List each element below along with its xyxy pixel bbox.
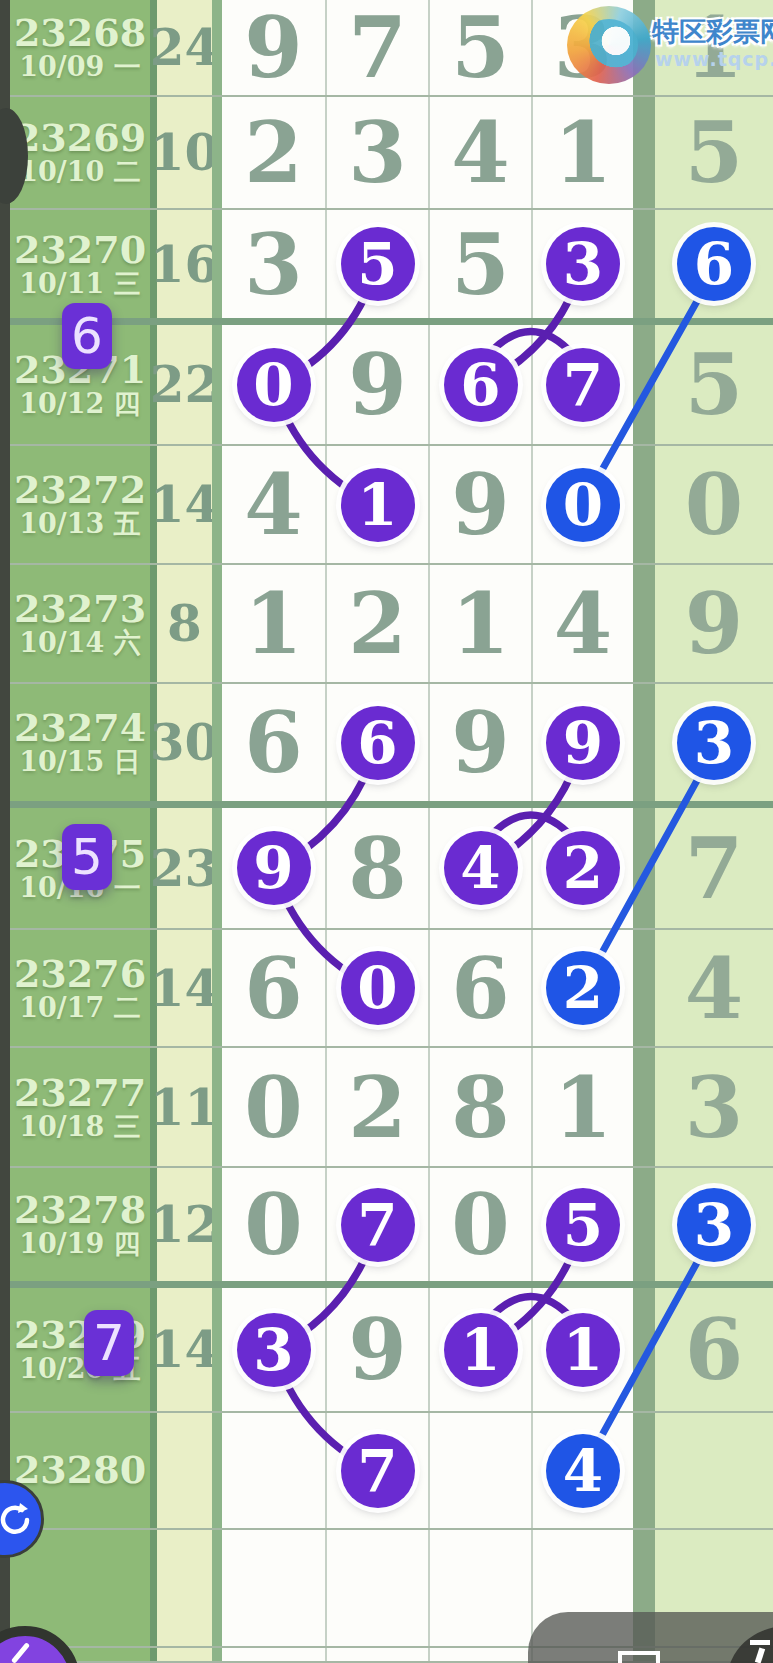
period-cell: 2327310/14 六 <box>10 565 150 682</box>
chart-row: 2327610/17 二1460624 <box>0 930 773 1048</box>
period-number: 23272 <box>14 471 146 510</box>
digit-cell: 3 <box>222 210 325 318</box>
digit: 2 <box>348 574 406 673</box>
circled-digit-purple: 2 <box>546 831 620 905</box>
digit-cell: 5 <box>428 0 531 95</box>
circled-digit-purple: 3 <box>546 227 620 301</box>
digit: 1 <box>451 574 509 673</box>
digit-cell <box>428 1530 531 1646</box>
circled-digit-blue: 3 <box>677 1188 751 1262</box>
draw-date: 10/18 三 <box>19 1113 140 1141</box>
draw-date: 10/17 二 <box>19 994 140 1022</box>
toolbar-glyph-fragment <box>618 1651 660 1663</box>
fifth-digit-cell: 3 <box>655 1168 773 1281</box>
digit-cell: 5 <box>325 210 428 318</box>
period-number: 23274 <box>14 709 146 748</box>
period-cell: 2327810/19 四 <box>10 1168 150 1281</box>
period-cell: 2327010/11 三 <box>10 210 150 318</box>
digit-cell: 1 <box>325 446 428 563</box>
digit-cell: 2 <box>325 1048 428 1166</box>
digit-cell: 8 <box>325 808 428 928</box>
column-divider <box>212 1288 222 1411</box>
chart-row: 2327110/12 四2209675 <box>0 325 773 446</box>
sum-cell: 23 <box>157 808 212 928</box>
fifth-digit-cell: 9 <box>655 565 773 682</box>
sum-value: 12 <box>150 1195 220 1254</box>
period-number: 23270 <box>14 231 146 270</box>
missing-value-badge: 6 <box>62 303 112 369</box>
digit-cell: 0 <box>222 1168 325 1281</box>
digit-cell <box>222 1413 325 1528</box>
chart-row: 2327810/19 四1207053 <box>0 1168 773 1288</box>
digit: 6 <box>451 939 509 1038</box>
digit-cell: 0 <box>428 1168 531 1281</box>
digit: 1 <box>554 1058 612 1157</box>
circled-digit-purple: 0 <box>237 348 311 422</box>
sum-cell <box>157 1648 212 1661</box>
digit-cell: 9 <box>428 446 531 563</box>
lottery-trend-chart-screen: 2326810/09 一24975312326910/10 二102341523… <box>0 0 773 1663</box>
sum-value: 14 <box>150 1320 220 1379</box>
digit: 9 <box>244 0 302 97</box>
sum-value: 14 <box>150 475 220 534</box>
column-divider <box>212 684 222 801</box>
digit: 8 <box>348 819 406 918</box>
chart-row: 2327410/15 日3066993 <box>0 684 773 808</box>
digit-cell: 6 <box>325 684 428 801</box>
period-cell: 2326810/09 一 <box>10 0 150 95</box>
site-logo-url: www.tqcp.net <box>655 48 773 70</box>
circled-digit-purple: 7 <box>546 348 620 422</box>
sum-cell: 14 <box>157 1288 212 1411</box>
group-divider <box>633 565 655 682</box>
circled-digit-blue: 2 <box>546 951 620 1025</box>
toolbar-glyph-fragment <box>750 1640 770 1645</box>
sum-cell: 16 <box>157 210 212 318</box>
circled-digit-purple: 6 <box>444 348 518 422</box>
digit-cell: 9 <box>222 0 325 95</box>
fifth-digit-cell <box>655 1413 773 1528</box>
circled-digit-purple: 7 <box>341 1188 415 1262</box>
column-divider <box>212 1048 222 1166</box>
draw-date: 10/12 四 <box>19 390 140 418</box>
digit-cell: 1 <box>222 565 325 682</box>
digit-cell: 1 <box>531 97 633 208</box>
sum-cell <box>157 1413 212 1528</box>
group-divider <box>633 930 655 1046</box>
draw-date: 10/11 三 <box>19 270 140 298</box>
column-divider <box>212 1168 222 1281</box>
digit-cell: 9 <box>325 325 428 444</box>
circled-digit-purple: 9 <box>546 706 620 780</box>
digit-cell: 9 <box>222 808 325 928</box>
circled-digit-purple: 9 <box>237 831 311 905</box>
digit: 2 <box>348 1058 406 1157</box>
digit-cell: 7 <box>325 1168 428 1281</box>
draw-date: 10/14 六 <box>19 629 140 657</box>
digit-cell: 1 <box>531 1048 633 1166</box>
circled-digit-purple: 7 <box>341 1434 415 1508</box>
digit: 5 <box>451 215 509 314</box>
digit-cell: 7 <box>325 1413 428 1528</box>
site-logo: 特区彩票网 www.tqcp.net <box>535 4 773 78</box>
circled-digit-purple: 6 <box>341 706 415 780</box>
digit: 0 <box>244 1175 302 1274</box>
digit-cell: 9 <box>531 684 633 801</box>
circled-digit-blue: 3 <box>677 706 751 780</box>
digit-cell: 9 <box>428 684 531 801</box>
digit: 6 <box>244 939 302 1038</box>
digit-cell: 1 <box>428 1288 531 1411</box>
period-cell: 2327610/17 二 <box>10 930 150 1046</box>
column-divider <box>212 930 222 1046</box>
column-divider <box>212 1413 222 1528</box>
sum-value: 14 <box>150 959 220 1018</box>
sum-cell: 24 <box>157 0 212 95</box>
period-cell: 2327210/13 五 <box>10 446 150 563</box>
digit-cell: 0 <box>222 1048 325 1166</box>
column-divider <box>150 565 157 682</box>
sum-cell: 10 <box>157 97 212 208</box>
digit: 6 <box>244 693 302 792</box>
sum-cell: 8 <box>157 565 212 682</box>
digit: 3 <box>244 215 302 314</box>
chart-row: 2328074 <box>0 1413 773 1530</box>
column-divider <box>212 1648 222 1661</box>
draw-date: 10/10 二 <box>19 158 140 186</box>
group-divider <box>633 684 655 801</box>
chart-row: 2327210/13 五1441900 <box>0 446 773 565</box>
digit-cell: 2 <box>531 930 633 1046</box>
digit-cell: 0 <box>531 446 633 563</box>
sum-value: 24 <box>150 18 220 77</box>
circled-digit-purple: 5 <box>341 227 415 301</box>
digit: 7 <box>348 0 406 97</box>
digit: 3 <box>348 103 406 202</box>
sum-cell: 14 <box>157 446 212 563</box>
column-divider <box>212 325 222 444</box>
digit-cell: 0 <box>325 930 428 1046</box>
column-divider <box>212 210 222 318</box>
digit-cell <box>428 1413 531 1528</box>
circled-digit-purple: 5 <box>546 1188 620 1262</box>
sum-value: 8 <box>167 594 202 653</box>
digit: 7 <box>685 819 743 918</box>
circled-digit-purple: 1 <box>546 1313 620 1387</box>
chart-row: 2327510/16 一2398427 <box>0 808 773 930</box>
circled-digit-purple: 4 <box>444 831 518 905</box>
sum-cell <box>157 1530 212 1646</box>
digit-cell: 3 <box>222 1288 325 1411</box>
digit-cell <box>222 1648 325 1661</box>
period-number: 23273 <box>14 590 146 629</box>
logo-swirl-icon <box>567 6 651 84</box>
fifth-digit-cell: 3 <box>655 684 773 801</box>
draw-date: 10/19 四 <box>19 1230 140 1258</box>
digit-cell: 1 <box>428 565 531 682</box>
circled-digit-purple: 3 <box>237 1313 311 1387</box>
digit: 9 <box>348 335 406 434</box>
sum-value: 16 <box>150 235 220 294</box>
sum-cell: 12 <box>157 1168 212 1281</box>
sum-cell: 14 <box>157 930 212 1046</box>
period-cell: 2327710/18 三 <box>10 1048 150 1166</box>
circled-digit-purple: 1 <box>341 468 415 542</box>
digit: 5 <box>685 335 743 434</box>
digit: 5 <box>451 0 509 97</box>
chart-row: 2327710/18 三1102813 <box>0 1048 773 1168</box>
digit-cell: 7 <box>531 325 633 444</box>
digit-cell: 4 <box>531 1413 633 1528</box>
sum-value: 22 <box>150 355 220 414</box>
digit-cell: 6 <box>428 325 531 444</box>
missing-value-badge: 5 <box>62 824 112 890</box>
digit-cell: 8 <box>428 1048 531 1166</box>
left-edge-strip <box>0 0 10 1663</box>
digit-cell: 1 <box>531 1288 633 1411</box>
digit: 4 <box>554 574 612 673</box>
digit-cell: 5 <box>428 210 531 318</box>
digit-cell: 4 <box>531 565 633 682</box>
digit: 8 <box>451 1058 509 1157</box>
digit-cell: 2 <box>222 97 325 208</box>
digit-cell <box>428 1648 531 1661</box>
missing-value-badge: 7 <box>84 1310 134 1376</box>
sum-value: 23 <box>150 839 220 898</box>
digit: 1 <box>554 103 612 202</box>
digit: 6 <box>685 1300 743 1399</box>
digit-cell: 6 <box>222 930 325 1046</box>
digit-cell: 4 <box>428 97 531 208</box>
column-divider <box>212 446 222 563</box>
digit-cell <box>325 1530 428 1646</box>
group-divider <box>633 446 655 563</box>
digit: 4 <box>244 455 302 554</box>
group-divider <box>633 325 655 444</box>
digit: 0 <box>244 1058 302 1157</box>
period-number: 23268 <box>14 14 146 53</box>
circled-digit-blue: 4 <box>546 1434 620 1508</box>
draw-date: 10/09 一 <box>19 53 140 81</box>
fifth-digit-cell: 3 <box>655 1048 773 1166</box>
digit-cell: 6 <box>222 684 325 801</box>
digit: 2 <box>244 103 302 202</box>
digit: 9 <box>451 455 509 554</box>
group-divider <box>633 1048 655 1166</box>
digit-cell: 2 <box>531 808 633 928</box>
pen-icon <box>11 1642 30 1663</box>
column-divider <box>212 0 222 95</box>
column-divider <box>150 1648 157 1661</box>
digit: 9 <box>348 1300 406 1399</box>
fifth-digit-cell: 7 <box>655 808 773 928</box>
group-divider <box>633 97 655 208</box>
circled-digit-blue: 6 <box>677 227 751 301</box>
sum-cell: 30 <box>157 684 212 801</box>
sum-value: 30 <box>150 713 220 772</box>
digit: 4 <box>451 103 509 202</box>
digit: 0 <box>451 1175 509 1274</box>
column-divider <box>212 1530 222 1646</box>
digit-cell: 9 <box>325 1288 428 1411</box>
fifth-digit-cell: 6 <box>655 1288 773 1411</box>
digit-cell: 7 <box>325 0 428 95</box>
digit-cell: 6 <box>428 930 531 1046</box>
period-number: 23278 <box>14 1191 146 1230</box>
column-divider <box>150 1530 157 1646</box>
group-divider <box>633 1413 655 1528</box>
digit: 4 <box>685 939 743 1038</box>
digit: 0 <box>685 455 743 554</box>
fifth-digit-cell: 6 <box>655 210 773 318</box>
digit-cell <box>325 1648 428 1661</box>
digit: 1 <box>244 574 302 673</box>
sum-cell: 22 <box>157 325 212 444</box>
circled-digit-blue: 0 <box>546 468 620 542</box>
sum-value: 11 <box>150 1078 220 1137</box>
digit-cell: 5 <box>531 1168 633 1281</box>
chart-row: 2327310/14 六812149 <box>0 565 773 684</box>
digit: 9 <box>451 693 509 792</box>
digit-cell <box>222 1530 325 1646</box>
digit: 3 <box>685 1058 743 1157</box>
circled-digit-purple: 0 <box>341 951 415 1025</box>
chart-row: 2327010/11 三1635536 <box>0 210 773 325</box>
refresh-icon <box>0 1501 32 1537</box>
draw-date: 10/15 日 <box>19 748 140 776</box>
column-divider <box>212 97 222 208</box>
column-divider <box>212 808 222 928</box>
digit-cell: 0 <box>222 325 325 444</box>
period-number: 23269 <box>14 119 146 158</box>
period-number: 23276 <box>14 955 146 994</box>
period-number: 23280 <box>14 1451 146 1490</box>
fifth-digit-cell: 5 <box>655 97 773 208</box>
group-divider <box>633 808 655 928</box>
group-divider <box>633 1288 655 1411</box>
column-divider <box>212 565 222 682</box>
group-divider <box>633 210 655 318</box>
fifth-digit-cell: 0 <box>655 446 773 563</box>
site-logo-text: 特区彩票网 <box>652 14 773 50</box>
digit-cell: 4 <box>428 808 531 928</box>
fifth-digit-cell: 5 <box>655 325 773 444</box>
digit: 9 <box>685 574 743 673</box>
chart-row: 2326910/10 二1023415 <box>0 97 773 210</box>
digit-cell: 4 <box>222 446 325 563</box>
digit-cell: 2 <box>325 565 428 682</box>
sum-cell: 11 <box>157 1048 212 1166</box>
sum-value: 10 <box>150 123 220 182</box>
period-number: 23277 <box>14 1074 146 1113</box>
group-divider <box>633 1168 655 1281</box>
circled-digit-purple: 1 <box>444 1313 518 1387</box>
digit-cell: 3 <box>325 97 428 208</box>
digit: 5 <box>685 103 743 202</box>
draw-date: 10/13 五 <box>19 510 140 538</box>
fifth-digit-cell: 4 <box>655 930 773 1046</box>
period-cell: 2326910/10 二 <box>10 97 150 208</box>
period-cell: 2327410/15 日 <box>10 684 150 801</box>
digit-cell: 3 <box>531 210 633 318</box>
column-divider <box>150 1413 157 1528</box>
